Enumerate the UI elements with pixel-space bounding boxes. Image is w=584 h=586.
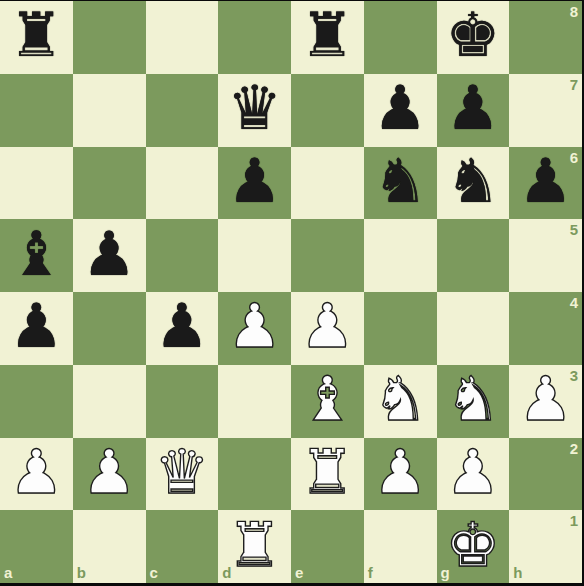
rank-label-7: 7 xyxy=(570,77,578,92)
square-e6[interactable] xyxy=(291,147,364,220)
piece-white-pawn[interactable]: ♟ xyxy=(82,436,137,508)
piece-white-rook[interactable]: ♜ xyxy=(300,436,355,508)
piece-white-bishop[interactable]: ♝ xyxy=(300,363,355,435)
square-d7[interactable]: ♛ xyxy=(218,74,291,147)
square-e8[interactable]: ♜ xyxy=(291,1,364,74)
square-a1[interactable]: a xyxy=(0,510,73,583)
square-e7[interactable] xyxy=(291,74,364,147)
square-b8[interactable] xyxy=(73,1,146,74)
rank-label-5: 5 xyxy=(570,222,578,237)
square-f5[interactable] xyxy=(364,219,437,292)
piece-black-pawn[interactable]: ♟ xyxy=(518,145,573,217)
square-d2[interactable] xyxy=(218,438,291,511)
chess-board: ♜♜♚8♛♟♟7♟♞♞6♟♝♟5♟♟♟♟4♝♞♞3♟♟♟♛♜♟♟2abcd♜ef… xyxy=(0,1,582,583)
square-f8[interactable] xyxy=(364,1,437,74)
square-c2[interactable]: ♛ xyxy=(146,438,219,511)
square-h2[interactable]: 2 xyxy=(509,438,582,511)
square-d5[interactable] xyxy=(218,219,291,292)
square-f4[interactable] xyxy=(364,292,437,365)
square-f6[interactable]: ♞ xyxy=(364,147,437,220)
square-h4[interactable]: 4 xyxy=(509,292,582,365)
square-c5[interactable] xyxy=(146,219,219,292)
square-d1[interactable]: d♜ xyxy=(218,510,291,583)
square-d8[interactable] xyxy=(218,1,291,74)
file-label-f: f xyxy=(368,565,373,580)
piece-white-pawn[interactable]: ♟ xyxy=(373,436,428,508)
square-b1[interactable]: b xyxy=(73,510,146,583)
piece-black-pawn[interactable]: ♟ xyxy=(155,290,210,362)
square-g1[interactable]: g♚ xyxy=(437,510,510,583)
square-a6[interactable] xyxy=(0,147,73,220)
file-label-c: c xyxy=(150,565,158,580)
square-f2[interactable]: ♟ xyxy=(364,438,437,511)
piece-white-pawn[interactable]: ♟ xyxy=(9,436,64,508)
piece-white-pawn[interactable]: ♟ xyxy=(300,290,355,362)
file-label-e: e xyxy=(295,565,303,580)
square-g5[interactable] xyxy=(437,219,510,292)
piece-white-pawn[interactable]: ♟ xyxy=(227,290,282,362)
square-c8[interactable] xyxy=(146,1,219,74)
square-g3[interactable]: ♞ xyxy=(437,365,510,438)
square-a3[interactable] xyxy=(0,365,73,438)
piece-black-rook[interactable]: ♜ xyxy=(9,0,64,71)
square-d6[interactable]: ♟ xyxy=(218,147,291,220)
piece-black-knight[interactable]: ♞ xyxy=(373,145,428,217)
square-e3[interactable]: ♝ xyxy=(291,365,364,438)
rank-label-4: 4 xyxy=(570,295,578,310)
square-d3[interactable] xyxy=(218,365,291,438)
piece-black-pawn[interactable]: ♟ xyxy=(227,145,282,217)
square-e5[interactable] xyxy=(291,219,364,292)
piece-white-knight[interactable]: ♞ xyxy=(446,363,501,435)
square-c7[interactable] xyxy=(146,74,219,147)
square-g7[interactable]: ♟ xyxy=(437,74,510,147)
piece-black-pawn[interactable]: ♟ xyxy=(446,72,501,144)
square-b3[interactable] xyxy=(73,365,146,438)
piece-black-pawn[interactable]: ♟ xyxy=(82,218,137,290)
piece-black-rook[interactable]: ♜ xyxy=(300,0,355,71)
rank-label-2: 2 xyxy=(570,441,578,456)
square-c4[interactable]: ♟ xyxy=(146,292,219,365)
square-g6[interactable]: ♞ xyxy=(437,147,510,220)
square-f3[interactable]: ♞ xyxy=(364,365,437,438)
piece-white-king[interactable]: ♚ xyxy=(446,509,501,581)
square-a2[interactable]: ♟ xyxy=(0,438,73,511)
piece-black-pawn[interactable]: ♟ xyxy=(9,290,64,362)
square-h1[interactable]: 1h xyxy=(509,510,582,583)
square-h3[interactable]: 3♟ xyxy=(509,365,582,438)
square-g4[interactable] xyxy=(437,292,510,365)
rank-label-1: 1 xyxy=(570,513,578,528)
square-a7[interactable] xyxy=(0,74,73,147)
square-h5[interactable]: 5 xyxy=(509,219,582,292)
square-c1[interactable]: c xyxy=(146,510,219,583)
chess-board-window: ♜♜♚8♛♟♟7♟♞♞6♟♝♟5♟♟♟♟4♝♞♞3♟♟♟♛♜♟♟2abcd♜ef… xyxy=(0,0,584,586)
square-f7[interactable]: ♟ xyxy=(364,74,437,147)
square-e4[interactable]: ♟ xyxy=(291,292,364,365)
piece-black-knight[interactable]: ♞ xyxy=(446,145,501,217)
file-label-a: a xyxy=(4,565,12,580)
piece-black-pawn[interactable]: ♟ xyxy=(373,72,428,144)
square-a4[interactable]: ♟ xyxy=(0,292,73,365)
square-h6[interactable]: 6♟ xyxy=(509,147,582,220)
piece-black-queen[interactable]: ♛ xyxy=(227,72,282,144)
square-g8[interactable]: ♚ xyxy=(437,1,510,74)
piece-white-pawn[interactable]: ♟ xyxy=(518,363,573,435)
square-e2[interactable]: ♜ xyxy=(291,438,364,511)
square-f1[interactable]: f xyxy=(364,510,437,583)
piece-black-bishop[interactable]: ♝ xyxy=(9,218,64,290)
file-label-b: b xyxy=(77,565,86,580)
square-d4[interactable]: ♟ xyxy=(218,292,291,365)
square-b2[interactable]: ♟ xyxy=(73,438,146,511)
square-b5[interactable]: ♟ xyxy=(73,219,146,292)
piece-black-king[interactable]: ♚ xyxy=(446,0,501,71)
square-e1[interactable]: e xyxy=(291,510,364,583)
file-label-h: h xyxy=(513,565,522,580)
square-b7[interactable] xyxy=(73,74,146,147)
piece-white-pawn[interactable]: ♟ xyxy=(446,436,501,508)
square-h7[interactable]: 7 xyxy=(509,74,582,147)
square-a5[interactable]: ♝ xyxy=(0,219,73,292)
piece-white-rook[interactable]: ♜ xyxy=(227,509,282,581)
square-c6[interactable] xyxy=(146,147,219,220)
square-g2[interactable]: ♟ xyxy=(437,438,510,511)
square-h8[interactable]: 8 xyxy=(509,1,582,74)
square-c3[interactable] xyxy=(146,365,219,438)
rank-label-8: 8 xyxy=(570,4,578,19)
piece-white-knight[interactable]: ♞ xyxy=(373,363,428,435)
square-a8[interactable]: ♜ xyxy=(0,1,73,74)
square-b4[interactable] xyxy=(73,292,146,365)
piece-white-queen[interactable]: ♛ xyxy=(155,436,210,508)
square-b6[interactable] xyxy=(73,147,146,220)
